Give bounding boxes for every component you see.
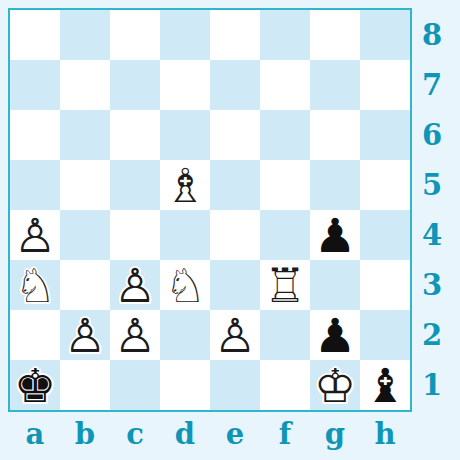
square-d3[interactable]: ♞♘ xyxy=(160,260,210,310)
rank-label-3: 3 xyxy=(412,260,452,310)
square-h2[interactable] xyxy=(360,310,410,360)
white-king-g1[interactable]: ♚♔ xyxy=(310,360,360,410)
file-label-f: f xyxy=(260,412,310,456)
square-f3[interactable]: ♜♖ xyxy=(260,260,310,310)
square-b5[interactable] xyxy=(60,160,110,210)
square-b2[interactable]: ♟♙ xyxy=(60,310,110,360)
square-d2[interactable] xyxy=(160,310,210,360)
file-label-a: a xyxy=(10,412,60,456)
square-h3[interactable] xyxy=(360,260,410,310)
square-e4[interactable] xyxy=(210,210,260,260)
square-f4[interactable] xyxy=(260,210,310,260)
square-h4[interactable] xyxy=(360,210,410,260)
square-g5[interactable] xyxy=(310,160,360,210)
rank-label-5: 5 xyxy=(412,160,452,210)
black-pawn-icon: ♟ xyxy=(310,210,360,260)
white-rook-f3[interactable]: ♜♖ xyxy=(260,260,310,310)
white-pawn-icon: ♙ xyxy=(10,210,60,260)
square-h5[interactable] xyxy=(360,160,410,210)
chess-board: ♝♗♟♙♟♞♘♟♙♞♘♜♖♟♙♟♙♟♙♟♚♚♔♝ xyxy=(8,8,412,412)
white-pawn-icon: ♙ xyxy=(210,310,260,360)
white-pawn-b2[interactable]: ♟♙ xyxy=(60,310,110,360)
square-b1[interactable] xyxy=(60,360,110,410)
square-d1[interactable] xyxy=(160,360,210,410)
square-a2[interactable] xyxy=(10,310,60,360)
square-g7[interactable] xyxy=(310,60,360,110)
square-e7[interactable] xyxy=(210,60,260,110)
white-knight-d3[interactable]: ♞♘ xyxy=(160,260,210,310)
square-d8[interactable] xyxy=(160,10,210,60)
file-label-h: h xyxy=(360,412,410,456)
square-e5[interactable] xyxy=(210,160,260,210)
square-g4[interactable]: ♟ xyxy=(310,210,360,260)
square-f7[interactable] xyxy=(260,60,310,110)
square-e3[interactable] xyxy=(210,260,260,310)
white-pawn-a4[interactable]: ♟♙ xyxy=(10,210,60,260)
white-pawn-e2[interactable]: ♟♙ xyxy=(210,310,260,360)
square-e2[interactable]: ♟♙ xyxy=(210,310,260,360)
square-g8[interactable] xyxy=(310,10,360,60)
square-h7[interactable] xyxy=(360,60,410,110)
file-label-b: b xyxy=(60,412,110,456)
square-b7[interactable] xyxy=(60,60,110,110)
square-c3[interactable]: ♟♙ xyxy=(110,260,160,310)
square-a3[interactable]: ♞♘ xyxy=(10,260,60,310)
square-c8[interactable] xyxy=(110,10,160,60)
square-b3[interactable] xyxy=(60,260,110,310)
white-pawn-icon: ♙ xyxy=(110,260,160,310)
square-g1[interactable]: ♚♔ xyxy=(310,360,360,410)
square-d5[interactable]: ♝♗ xyxy=(160,160,210,210)
square-c2[interactable]: ♟♙ xyxy=(110,310,160,360)
file-label-e: e xyxy=(210,412,260,456)
square-a4[interactable]: ♟♙ xyxy=(10,210,60,260)
square-g2[interactable]: ♟ xyxy=(310,310,360,360)
square-g6[interactable] xyxy=(310,110,360,160)
square-b6[interactable] xyxy=(60,110,110,160)
file-label-c: c xyxy=(110,412,160,456)
file-labels: abcdefgh xyxy=(10,412,410,456)
square-g3[interactable] xyxy=(310,260,360,310)
square-f6[interactable] xyxy=(260,110,310,160)
rank-label-2: 2 xyxy=(412,310,452,360)
square-e8[interactable] xyxy=(210,10,260,60)
square-c1[interactable] xyxy=(110,360,160,410)
black-king-icon: ♚ xyxy=(10,360,60,410)
rank-label-8: 8 xyxy=(412,10,452,60)
white-bishop-icon: ♗ xyxy=(160,160,210,210)
square-h1[interactable]: ♝ xyxy=(360,360,410,410)
white-pawn-icon: ♙ xyxy=(110,310,160,360)
square-a5[interactable] xyxy=(10,160,60,210)
square-c7[interactable] xyxy=(110,60,160,110)
square-c4[interactable] xyxy=(110,210,160,260)
square-e1[interactable] xyxy=(210,360,260,410)
black-bishop-icon: ♝ xyxy=(360,360,410,410)
rank-label-6: 6 xyxy=(412,110,452,160)
square-h8[interactable] xyxy=(360,10,410,60)
white-pawn-icon: ♙ xyxy=(60,310,110,360)
white-knight-a3[interactable]: ♞♘ xyxy=(10,260,60,310)
rank-labels: 87654321 xyxy=(412,10,452,410)
white-king-icon: ♔ xyxy=(310,360,360,410)
square-d4[interactable] xyxy=(160,210,210,260)
rank-label-7: 7 xyxy=(412,60,452,110)
square-c6[interactable] xyxy=(110,110,160,160)
square-f5[interactable] xyxy=(260,160,310,210)
square-e6[interactable] xyxy=(210,110,260,160)
rank-label-1: 1 xyxy=(412,360,452,410)
white-rook-icon: ♖ xyxy=(260,260,310,310)
square-a8[interactable] xyxy=(10,10,60,60)
black-pawn-g2[interactable]: ♟ xyxy=(310,310,360,360)
rank-label-4: 4 xyxy=(412,210,452,260)
black-king-a1[interactable]: ♚ xyxy=(10,360,60,410)
square-a1[interactable]: ♚ xyxy=(10,360,60,410)
black-pawn-icon: ♟ xyxy=(310,310,360,360)
white-pawn-c3[interactable]: ♟♙ xyxy=(110,260,160,310)
square-h6[interactable] xyxy=(360,110,410,160)
square-d7[interactable] xyxy=(160,60,210,110)
square-c5[interactable] xyxy=(110,160,160,210)
square-b8[interactable] xyxy=(60,10,110,60)
white-knight-icon: ♘ xyxy=(160,260,210,310)
black-pawn-g4[interactable]: ♟ xyxy=(310,210,360,260)
white-bishop-d5[interactable]: ♝♗ xyxy=(160,160,210,210)
file-label-d: d xyxy=(160,412,210,456)
black-bishop-h1[interactable]: ♝ xyxy=(360,360,410,410)
square-f8[interactable] xyxy=(260,10,310,60)
square-b4[interactable] xyxy=(60,210,110,260)
white-pawn-c2[interactable]: ♟♙ xyxy=(110,310,160,360)
file-label-g: g xyxy=(310,412,360,456)
square-a6[interactable] xyxy=(10,110,60,160)
square-f1[interactable] xyxy=(260,360,310,410)
white-knight-icon: ♘ xyxy=(10,260,60,310)
square-f2[interactable] xyxy=(260,310,310,360)
square-d6[interactable] xyxy=(160,110,210,160)
square-a7[interactable] xyxy=(10,60,60,110)
